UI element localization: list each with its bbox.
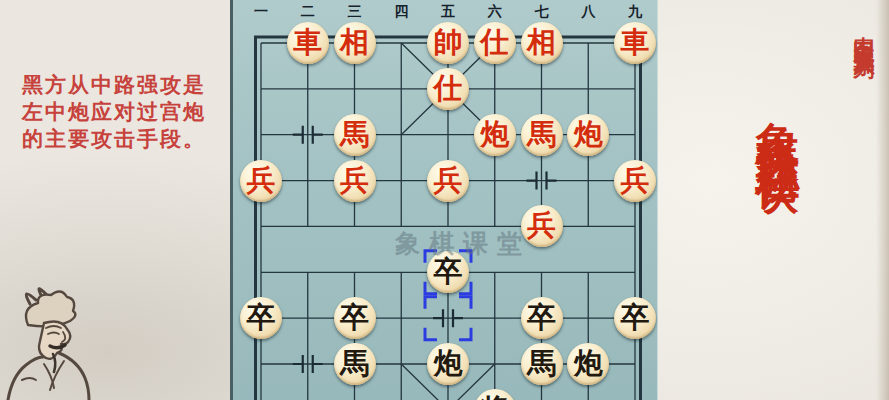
file-label: 六 <box>483 3 507 21</box>
piece-red-車[interactable]: 車 <box>287 22 329 64</box>
piece-red-兵[interactable]: 兵 <box>334 160 376 202</box>
page-edge-shadow <box>876 0 889 400</box>
piece-black-卒[interactable]: 卒 <box>240 297 282 339</box>
piece-black-卒[interactable]: 卒 <box>334 297 376 339</box>
piece-red-帥[interactable]: 帥 <box>427 22 469 64</box>
caption-line-3: 的主要攻击手段。 <box>22 126 232 153</box>
left-caption: 黑方从中路强攻是 左中炮应对过宫炮 的主要攻击手段。 <box>22 72 232 153</box>
piece-red-兵[interactable]: 兵 <box>240 160 282 202</box>
file-label: 五 <box>436 3 460 21</box>
piece-red-仕[interactable]: 仕 <box>474 22 516 64</box>
piece-red-相[interactable]: 相 <box>521 22 563 64</box>
file-label: 八 <box>576 3 600 21</box>
ink-painting-old-man <box>0 284 112 400</box>
file-label: 七 <box>530 3 554 21</box>
piece-red-兵[interactable]: 兵 <box>427 160 469 202</box>
book-title: 象棋速胜秘诀 <box>748 86 807 400</box>
file-label: 二 <box>296 3 320 21</box>
watermark: 象棋课堂 <box>395 227 531 260</box>
piece-black-炮[interactable]: 炮 <box>427 343 469 385</box>
caption-line-2: 左中炮应对过宫炮 <box>22 99 232 126</box>
piece-red-相[interactable]: 相 <box>334 22 376 64</box>
piece-red-仕[interactable]: 仕 <box>427 68 469 110</box>
piece-red-炮[interactable]: 炮 <box>474 114 516 156</box>
file-label: 四 <box>389 3 413 21</box>
piece-black-馬[interactable]: 馬 <box>334 343 376 385</box>
caption-line-1: 黑方从中路强攻是 <box>22 72 232 99</box>
series-label: 中国象棋宝典系列 <box>850 20 878 44</box>
piece-red-馬[interactable]: 馬 <box>334 114 376 156</box>
piece-black-卒[interactable]: 卒 <box>614 297 656 339</box>
file-label: 三 <box>343 3 367 21</box>
piece-red-炮[interactable]: 炮 <box>567 114 609 156</box>
piece-black-炮[interactable]: 炮 <box>567 343 609 385</box>
xiangqi-board-panel[interactable]: 一二三四五六七八九 車相帥仕相車仕馬炮馬炮兵兵兵兵兵卒卒卒卒卒馬炮馬炮将 象棋课… <box>230 0 658 400</box>
piece-red-兵[interactable]: 兵 <box>614 160 656 202</box>
file-label: 一 <box>249 3 273 21</box>
file-label: 九 <box>623 3 647 21</box>
piece-red-馬[interactable]: 馬 <box>521 114 563 156</box>
piece-red-車[interactable]: 車 <box>614 22 656 64</box>
piece-black-馬[interactable]: 馬 <box>521 343 563 385</box>
piece-black-卒[interactable]: 卒 <box>521 297 563 339</box>
